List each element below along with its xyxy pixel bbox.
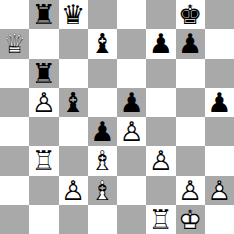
square-g4[interactable] [176,117,205,146]
piece-outline-layer: ♙ [59,176,88,205]
piece-white-queen[interactable]: ♛♕ [0,29,29,58]
square-f7[interactable]: ♟ [146,29,175,58]
square-c3[interactable] [59,146,88,175]
square-f3[interactable]: ♟♙ [146,146,175,175]
piece-white-pawn[interactable]: ♟♙ [146,146,175,175]
square-h4[interactable] [205,117,234,146]
square-e8[interactable] [117,0,146,29]
square-b7[interactable] [29,29,58,58]
square-f8[interactable] [146,0,175,29]
square-f6[interactable] [146,59,175,88]
chess-diagram: ♜♛♚♛♕♝♟♟♜♟♙♝♟♟♟♟♙♜♖♝♗♟♙♟♙♝♗♟♙♟♙♜♖♚♔ [0,0,234,234]
square-e7[interactable] [117,29,146,58]
chess-board: ♜♛♚♛♕♝♟♟♜♟♙♝♟♟♟♟♙♜♖♝♗♟♙♟♙♝♗♟♙♟♙♜♖♚♔ [0,0,234,234]
square-c1[interactable] [59,205,88,234]
piece-white-king[interactable]: ♚♔ [176,205,205,234]
square-h1[interactable] [205,205,234,234]
piece-outline-layer: ♙ [146,146,175,175]
square-a1[interactable] [0,205,29,234]
square-d6[interactable] [88,59,117,88]
square-d1[interactable] [88,205,117,234]
piece-white-pawn[interactable]: ♟♙ [205,176,234,205]
square-d3[interactable]: ♝♗ [88,146,117,175]
piece-white-pawn[interactable]: ♟♙ [59,176,88,205]
piece-black-pawn[interactable]: ♟ [176,29,205,58]
square-f5[interactable] [146,88,175,117]
piece-white-rook[interactable]: ♜♖ [29,146,58,175]
square-g8[interactable]: ♚ [176,0,205,29]
square-f2[interactable] [146,176,175,205]
square-f4[interactable] [146,117,175,146]
square-a2[interactable] [0,176,29,205]
square-e4[interactable]: ♟♙ [117,117,146,146]
square-b8[interactable]: ♜ [29,0,58,29]
square-c4[interactable] [59,117,88,146]
square-a3[interactable] [0,146,29,175]
piece-outline-layer: ♙ [205,176,234,205]
square-g3[interactable] [176,146,205,175]
piece-black-bishop[interactable]: ♝ [59,88,88,117]
square-c6[interactable] [59,59,88,88]
square-c8[interactable]: ♛ [59,0,88,29]
square-h7[interactable] [205,29,234,58]
square-g2[interactable]: ♟♙ [176,176,205,205]
square-g6[interactable] [176,59,205,88]
piece-outline-layer: ♔ [176,205,205,234]
piece-black-pawn[interactable]: ♟ [205,88,234,117]
square-e3[interactable] [117,146,146,175]
piece-black-queen[interactable]: ♛ [59,0,88,29]
piece-white-pawn[interactable]: ♟♙ [117,117,146,146]
piece-outline-layer: ♗ [88,146,117,175]
square-h8[interactable] [205,0,234,29]
piece-black-bishop[interactable]: ♝ [88,29,117,58]
square-g5[interactable] [176,88,205,117]
square-a8[interactable] [0,0,29,29]
piece-white-pawn[interactable]: ♟♙ [29,88,58,117]
square-d8[interactable] [88,0,117,29]
piece-white-pawn[interactable]: ♟♙ [176,176,205,205]
square-h2[interactable]: ♟♙ [205,176,234,205]
square-b6[interactable]: ♜ [29,59,58,88]
piece-white-rook[interactable]: ♜♖ [146,205,175,234]
square-c5[interactable]: ♝ [59,88,88,117]
square-a4[interactable] [0,117,29,146]
square-c2[interactable]: ♟♙ [59,176,88,205]
square-b4[interactable] [29,117,58,146]
square-a7[interactable]: ♛♕ [0,29,29,58]
piece-white-bishop[interactable]: ♝♗ [88,176,117,205]
piece-outline-layer: ♖ [146,205,175,234]
piece-black-pawn[interactable]: ♟ [117,88,146,117]
piece-outline-layer: ♖ [29,146,58,175]
square-b2[interactable] [29,176,58,205]
square-d7[interactable]: ♝ [88,29,117,58]
piece-outline-layer: ♙ [29,88,58,117]
piece-white-bishop[interactable]: ♝♗ [88,146,117,175]
square-b1[interactable] [29,205,58,234]
square-d5[interactable] [88,88,117,117]
square-b5[interactable]: ♟♙ [29,88,58,117]
square-h5[interactable]: ♟ [205,88,234,117]
square-e1[interactable] [117,205,146,234]
piece-outline-layer: ♙ [117,117,146,146]
square-a6[interactable] [0,59,29,88]
piece-outline-layer: ♗ [88,176,117,205]
square-h3[interactable] [205,146,234,175]
piece-outline-layer: ♙ [176,176,205,205]
square-h6[interactable] [205,59,234,88]
square-d2[interactable]: ♝♗ [88,176,117,205]
square-f1[interactable]: ♜♖ [146,205,175,234]
square-e6[interactable] [117,59,146,88]
square-e5[interactable]: ♟ [117,88,146,117]
square-d4[interactable]: ♟ [88,117,117,146]
square-e2[interactable] [117,176,146,205]
piece-black-king[interactable]: ♚ [176,0,205,29]
square-a5[interactable] [0,88,29,117]
piece-black-rook[interactable]: ♜ [29,59,58,88]
square-g1[interactable]: ♚♔ [176,205,205,234]
piece-outline-layer: ♕ [0,29,29,58]
piece-black-rook[interactable]: ♜ [29,0,58,29]
piece-black-pawn[interactable]: ♟ [146,29,175,58]
square-b3[interactable]: ♜♖ [29,146,58,175]
piece-black-pawn[interactable]: ♟ [88,117,117,146]
square-g7[interactable]: ♟ [176,29,205,58]
square-c7[interactable] [59,29,88,58]
